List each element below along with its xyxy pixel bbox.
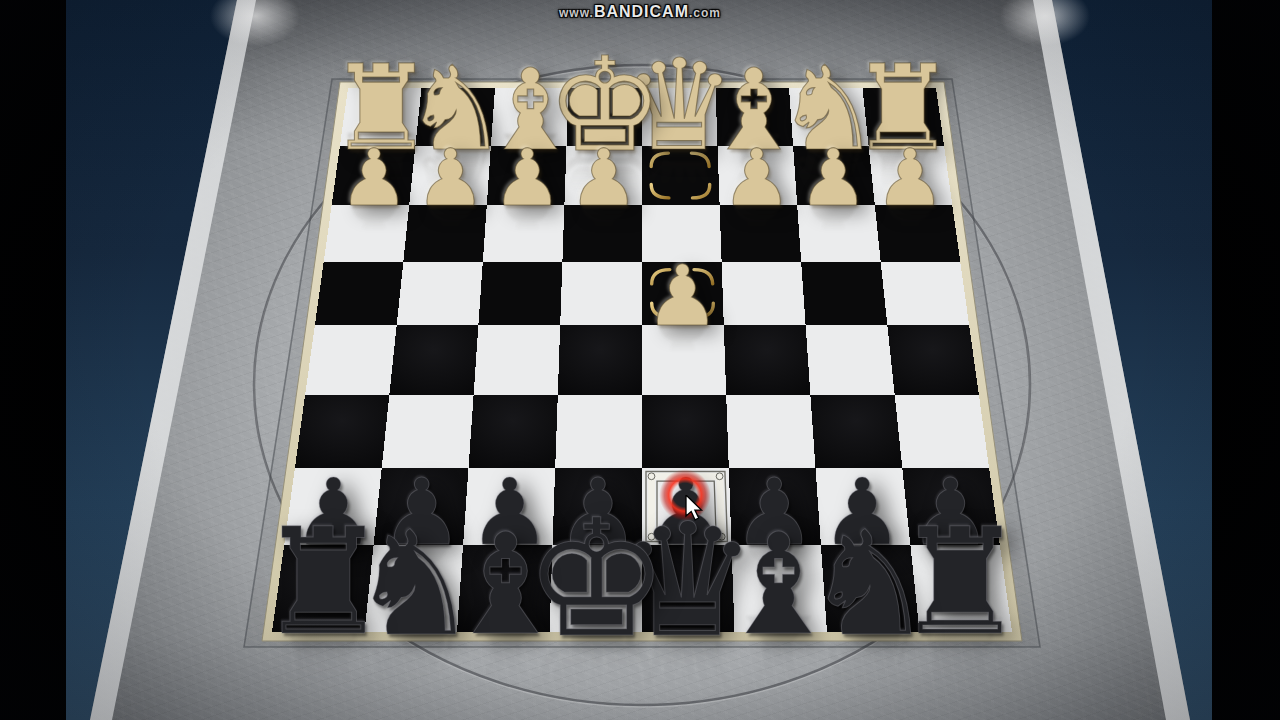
mouse-cursor — [685, 495, 711, 525]
white-pawn-f2[interactable]: ♟ — [492, 139, 563, 218]
white-pawn-d4[interactable]: ♟ — [645, 254, 720, 338]
watermark: www.BANDICAM.com — [0, 3, 1280, 21]
pieces-layer: ♜♞♝♛♚♝♞♜♟♟♟♟♟♟♟♟♟♟♟♟♟♟♟♟♜♞♝♛♚♝♞♜ — [0, 0, 1280, 720]
white-pawn-a2[interactable]: ♟ — [875, 139, 946, 218]
watermark-prefix: www. — [559, 6, 594, 20]
watermark-suffix: .com — [689, 6, 721, 20]
white-pawn-e2[interactable]: ♟ — [568, 139, 639, 218]
watermark-name: BANDICAM — [594, 3, 689, 20]
white-pawn-h2[interactable]: ♟ — [339, 139, 410, 218]
white-pawn-g2[interactable]: ♟ — [415, 139, 486, 218]
white-pawn-b2[interactable]: ♟ — [798, 139, 869, 218]
white-pawn-c2[interactable]: ♟ — [722, 139, 793, 218]
chess-titans-screen: ♜♞♝♛♚♝♞♜♟♟♟♟♟♟♟♟♟♟♟♟♟♟♟♟♜♞♝♛♚♝♞♜ ♜♞♝♛♚♝♞… — [0, 0, 1280, 720]
black-rook-h8[interactable]: ♜ — [258, 510, 390, 657]
